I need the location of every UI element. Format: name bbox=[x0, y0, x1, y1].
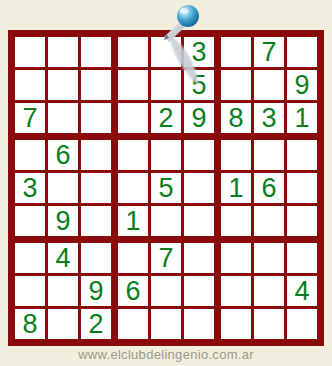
cell-r1c1[interactable] bbox=[15, 37, 45, 67]
cell-r6c6[interactable] bbox=[184, 206, 214, 236]
cell-r7c9[interactable] bbox=[287, 239, 317, 273]
cell-r4c2[interactable]: 6 bbox=[48, 136, 78, 170]
cell-r9c1[interactable]: 8 bbox=[15, 309, 45, 339]
cell-r3c3[interactable] bbox=[81, 103, 111, 133]
cell-r9c8[interactable] bbox=[254, 309, 284, 339]
cell-r4c6[interactable] bbox=[184, 136, 214, 170]
cell-r6c3[interactable] bbox=[81, 206, 111, 236]
cell-r9c5[interactable] bbox=[151, 309, 181, 339]
cell-r2c2[interactable] bbox=[48, 70, 78, 100]
cell-r5c2[interactable] bbox=[48, 173, 78, 203]
cell-r6c7[interactable] bbox=[217, 206, 251, 236]
cell-r3c7[interactable]: 8 bbox=[217, 103, 251, 133]
cell-r3c9[interactable]: 1 bbox=[287, 103, 317, 133]
cell-r3c4[interactable] bbox=[114, 103, 148, 133]
cell-r5c8[interactable]: 6 bbox=[254, 173, 284, 203]
cell-r5c5[interactable]: 5 bbox=[151, 173, 181, 203]
cell-r2c9[interactable]: 9 bbox=[287, 70, 317, 100]
cell-r7c8[interactable] bbox=[254, 239, 284, 273]
cell-r8c8[interactable] bbox=[254, 276, 284, 306]
cell-r7c1[interactable] bbox=[15, 239, 45, 273]
cell-r6c8[interactable] bbox=[254, 206, 284, 236]
cell-r5c3[interactable] bbox=[81, 173, 111, 203]
cell-r5c1[interactable]: 3 bbox=[15, 173, 45, 203]
cell-r5c7[interactable]: 1 bbox=[217, 173, 251, 203]
cell-r9c3[interactable]: 2 bbox=[81, 309, 111, 339]
cell-r7c6[interactable] bbox=[184, 239, 214, 273]
cell-r1c2[interactable] bbox=[48, 37, 78, 67]
cell-r7c2[interactable]: 4 bbox=[48, 239, 78, 273]
cell-r9c4[interactable] bbox=[114, 309, 148, 339]
cell-r6c4[interactable]: 1 bbox=[114, 206, 148, 236]
cell-r4c5[interactable] bbox=[151, 136, 181, 170]
cell-r1c8[interactable]: 7 bbox=[254, 37, 284, 67]
cell-r8c9[interactable]: 4 bbox=[287, 276, 317, 306]
cell-r4c4[interactable] bbox=[114, 136, 148, 170]
cell-r3c1[interactable]: 7 bbox=[15, 103, 45, 133]
cell-r5c4[interactable] bbox=[114, 173, 148, 203]
cell-r5c6[interactable] bbox=[184, 173, 214, 203]
cell-r2c4[interactable] bbox=[114, 70, 148, 100]
cell-r5c9[interactable] bbox=[287, 173, 317, 203]
cell-r8c6[interactable] bbox=[184, 276, 214, 306]
cell-r1c5[interactable] bbox=[151, 37, 181, 67]
cell-r1c3[interactable] bbox=[81, 37, 111, 67]
cell-r8c4[interactable]: 6 bbox=[114, 276, 148, 306]
cell-r1c4[interactable] bbox=[114, 37, 148, 67]
pin-head-highlight bbox=[180, 8, 188, 14]
cell-r1c9[interactable] bbox=[287, 37, 317, 67]
cell-r7c3[interactable] bbox=[81, 239, 111, 273]
cell-r8c1[interactable] bbox=[15, 276, 45, 306]
cell-r1c6[interactable]: 3 bbox=[184, 37, 214, 67]
cell-r4c3[interactable] bbox=[81, 136, 111, 170]
cell-r6c9[interactable] bbox=[287, 206, 317, 236]
sudoku-board: 375972983163516914796482 bbox=[8, 30, 324, 346]
cell-r2c8[interactable] bbox=[254, 70, 284, 100]
cell-r8c7[interactable] bbox=[217, 276, 251, 306]
cell-r6c2[interactable]: 9 bbox=[48, 206, 78, 236]
website-url: www.elclubdelingenio.com.ar bbox=[0, 347, 332, 362]
cell-r9c6[interactable] bbox=[184, 309, 214, 339]
sudoku-page: 375972983163516914796482 bbox=[0, 0, 332, 366]
cell-r1c7[interactable] bbox=[217, 37, 251, 67]
pin-head bbox=[177, 5, 199, 27]
cell-r9c9[interactable] bbox=[287, 309, 317, 339]
cell-r9c7[interactable] bbox=[217, 309, 251, 339]
cell-r4c1[interactable] bbox=[15, 136, 45, 170]
cell-r4c8[interactable] bbox=[254, 136, 284, 170]
cell-r7c7[interactable] bbox=[217, 239, 251, 273]
cell-r7c4[interactable] bbox=[114, 239, 148, 273]
cell-r3c8[interactable]: 3 bbox=[254, 103, 284, 133]
cell-r6c1[interactable] bbox=[15, 206, 45, 236]
cell-r4c9[interactable] bbox=[287, 136, 317, 170]
cell-r7c5[interactable]: 7 bbox=[151, 239, 181, 273]
cell-r2c1[interactable] bbox=[15, 70, 45, 100]
cell-r2c5[interactable] bbox=[151, 70, 181, 100]
cell-r8c3[interactable]: 9 bbox=[81, 276, 111, 306]
cell-r3c2[interactable] bbox=[48, 103, 78, 133]
cell-r6c5[interactable] bbox=[151, 206, 181, 236]
cell-r3c6[interactable]: 9 bbox=[184, 103, 214, 133]
cell-r9c2[interactable] bbox=[48, 309, 78, 339]
cell-r2c7[interactable] bbox=[217, 70, 251, 100]
cell-r4c7[interactable] bbox=[217, 136, 251, 170]
cell-r2c6[interactable]: 5 bbox=[184, 70, 214, 100]
cell-r3c5[interactable]: 2 bbox=[151, 103, 181, 133]
cell-r8c2[interactable] bbox=[48, 276, 78, 306]
cell-r8c5[interactable] bbox=[151, 276, 181, 306]
cell-r2c3[interactable] bbox=[81, 70, 111, 100]
